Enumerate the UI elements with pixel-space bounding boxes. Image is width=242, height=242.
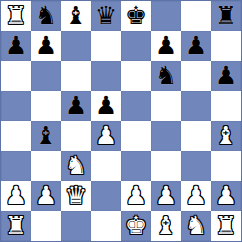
piece-black-bishop-c8[interactable]: ♝ — [65, 1, 87, 31]
piece-black-pawn-a7[interactable]: ♟ — [5, 31, 27, 61]
piece-black-pawn-g7[interactable]: ♟ — [185, 31, 207, 61]
piece-white-pawn-h2[interactable]: ♟ — [215, 181, 237, 211]
square-c4[interactable] — [61, 121, 91, 151]
square-h2[interactable]: ♟ — [211, 181, 241, 211]
square-d2[interactable] — [91, 181, 121, 211]
piece-black-bishop-b4[interactable]: ♝ — [35, 121, 57, 151]
square-b2[interactable]: ♟ — [31, 181, 61, 211]
square-g8[interactable] — [181, 1, 211, 31]
piece-white-bishop-f1[interactable]: ♝ — [155, 211, 177, 241]
square-e6[interactable] — [121, 61, 151, 91]
square-f8[interactable] — [151, 1, 181, 31]
piece-black-pawn-b7[interactable]: ♟ — [35, 31, 57, 61]
square-e1[interactable]: ♚ — [121, 211, 151, 241]
square-a2[interactable]: ♟ — [1, 181, 31, 211]
square-b6[interactable] — [31, 61, 61, 91]
square-h5[interactable] — [211, 91, 241, 121]
square-e3[interactable] — [121, 151, 151, 181]
piece-white-rook-a8[interactable]: ♜ — [5, 1, 27, 31]
piece-white-king-e1[interactable]: ♚ — [125, 211, 147, 241]
piece-white-pawn-b2[interactable]: ♟ — [35, 181, 57, 211]
square-g5[interactable] — [181, 91, 211, 121]
piece-white-pawn-f2[interactable]: ♟ — [155, 181, 177, 211]
piece-black-queen-d8[interactable]: ♛ — [95, 1, 117, 31]
piece-black-rook-h8[interactable]: ♜ — [215, 1, 237, 31]
piece-white-rook-a1[interactable]: ♜ — [5, 211, 27, 241]
square-g2[interactable]: ♟ — [181, 181, 211, 211]
piece-white-pawn-g2[interactable]: ♟ — [185, 181, 207, 211]
piece-white-rook-h1[interactable]: ♜ — [215, 211, 237, 241]
square-a6[interactable] — [1, 61, 31, 91]
piece-white-queen-c2[interactable]: ♛ — [65, 181, 87, 211]
square-g6[interactable] — [181, 61, 211, 91]
square-c6[interactable] — [61, 61, 91, 91]
square-a5[interactable] — [1, 91, 31, 121]
square-f3[interactable] — [151, 151, 181, 181]
square-h8[interactable]: ♜ — [211, 1, 241, 31]
square-b1[interactable] — [31, 211, 61, 241]
square-a3[interactable] — [1, 151, 31, 181]
square-a8[interactable]: ♜ — [1, 1, 31, 31]
piece-white-bishop-h4[interactable]: ♝ — [215, 121, 237, 151]
square-h6[interactable]: ♟ — [211, 61, 241, 91]
square-c2[interactable]: ♛ — [61, 181, 91, 211]
square-c1[interactable] — [61, 211, 91, 241]
square-c3[interactable]: ♞ — [61, 151, 91, 181]
square-g7[interactable]: ♟ — [181, 31, 211, 61]
square-g4[interactable] — [181, 121, 211, 151]
piece-white-knight-c3[interactable]: ♞ — [65, 151, 87, 181]
square-b4[interactable]: ♝ — [31, 121, 61, 151]
square-d5[interactable]: ♟ — [91, 91, 121, 121]
piece-black-pawn-f7[interactable]: ♟ — [155, 31, 177, 61]
square-h3[interactable] — [211, 151, 241, 181]
square-f5[interactable] — [151, 91, 181, 121]
square-d7[interactable] — [91, 31, 121, 61]
piece-white-pawn-e2[interactable]: ♟ — [125, 181, 147, 211]
square-b5[interactable] — [31, 91, 61, 121]
square-e8[interactable]: ♚ — [121, 1, 151, 31]
piece-white-pawn-d4[interactable]: ♟ — [95, 121, 117, 151]
piece-white-pawn-a2[interactable]: ♟ — [5, 181, 27, 211]
square-e7[interactable] — [121, 31, 151, 61]
piece-black-knight-b8[interactable]: ♞ — [35, 1, 57, 31]
square-f1[interactable]: ♝ — [151, 211, 181, 241]
square-g3[interactable] — [181, 151, 211, 181]
square-c7[interactable] — [61, 31, 91, 61]
square-b7[interactable]: ♟ — [31, 31, 61, 61]
piece-black-king-e8[interactable]: ♚ — [125, 1, 147, 31]
piece-black-pawn-c5[interactable]: ♟ — [65, 91, 87, 121]
square-b3[interactable] — [31, 151, 61, 181]
square-b8[interactable]: ♞ — [31, 1, 61, 31]
square-a1[interactable]: ♜ — [1, 211, 31, 241]
square-f4[interactable] — [151, 121, 181, 151]
chess-board: ♜♞♝♛♚♜♟♟♟♟♞♟♟♟♝♟♝♞♟♟♛♟♟♟♟♜♚♝♞♜ — [0, 0, 242, 242]
square-d1[interactable] — [91, 211, 121, 241]
square-e4[interactable] — [121, 121, 151, 151]
piece-white-knight-g1[interactable]: ♞ — [185, 211, 207, 241]
square-d6[interactable] — [91, 61, 121, 91]
square-a4[interactable] — [1, 121, 31, 151]
square-g1[interactable]: ♞ — [181, 211, 211, 241]
piece-black-pawn-d5[interactable]: ♟ — [95, 91, 117, 121]
piece-black-pawn-h6[interactable]: ♟ — [215, 61, 237, 91]
square-h1[interactable]: ♜ — [211, 211, 241, 241]
square-a7[interactable]: ♟ — [1, 31, 31, 61]
square-f7[interactable]: ♟ — [151, 31, 181, 61]
square-d8[interactable]: ♛ — [91, 1, 121, 31]
square-h7[interactable] — [211, 31, 241, 61]
square-d3[interactable] — [91, 151, 121, 181]
square-h4[interactable]: ♝ — [211, 121, 241, 151]
square-e5[interactable] — [121, 91, 151, 121]
square-e2[interactable]: ♟ — [121, 181, 151, 211]
piece-black-knight-f6[interactable]: ♞ — [155, 61, 177, 91]
square-d4[interactable]: ♟ — [91, 121, 121, 151]
square-c8[interactable]: ♝ — [61, 1, 91, 31]
square-c5[interactable]: ♟ — [61, 91, 91, 121]
square-f6[interactable]: ♞ — [151, 61, 181, 91]
square-f2[interactable]: ♟ — [151, 181, 181, 211]
